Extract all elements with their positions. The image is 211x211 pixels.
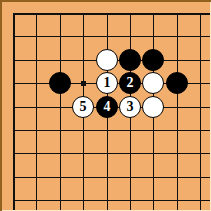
stone-black: [49, 72, 71, 94]
stone-black: [166, 72, 188, 94]
board-border-bottom: [0, 210, 211, 211]
stone-black-move-4: 4: [96, 96, 118, 118]
stone-white: [142, 72, 164, 94]
stone-white-move-1: 1: [96, 72, 118, 94]
stone-white-move-3: 3: [119, 96, 141, 118]
board-border-right: [210, 0, 211, 211]
stone-black: [142, 49, 164, 71]
board-border-left: [0, 0, 2, 211]
board-stones: 12543: [0, 0, 211, 211]
stone-white: [96, 49, 118, 71]
board-border-top: [0, 0, 211, 2]
stone-white-move-5: 5: [72, 96, 94, 118]
stone-white: [142, 96, 164, 118]
stone-black: [119, 49, 141, 71]
stone-black-move-2: 2: [119, 72, 141, 94]
go-board-diagram: 12543: [0, 0, 211, 211]
